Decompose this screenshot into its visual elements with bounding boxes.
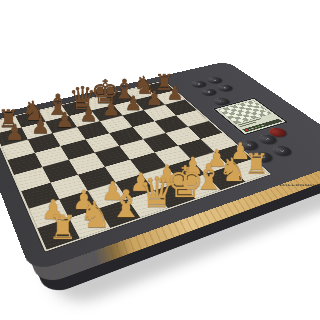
- white-knight-b1[interactable]: ♞: [78, 198, 111, 232]
- product-photo-stage: ♞ MILLENNIUM ♜♞♝♛♚♝♞♜♟♟♟♟♟♟♟♟♟♟♟♟♟♟♟♟♜♞♝…: [0, 0, 320, 320]
- brand-logo-text: MILLENNIUM: [279, 184, 320, 186]
- panel-back-button-1[interactable]: ○: [189, 80, 208, 89]
- perspective-scene: ♞ MILLENNIUM ♜♞♝♛♚♝♞♜♟♟♟♟♟♟♟♟♟♟♟♟♟♟♟♟♜♞♝…: [0, 0, 320, 320]
- button-circle-icon: ○: [269, 144, 294, 157]
- black-pawn-b7[interactable]: ♟: [27, 116, 52, 136]
- lcd-red-indicator: [245, 129, 249, 131]
- white-bishop-c1[interactable]: ♝: [109, 186, 141, 222]
- square-e4[interactable]: [119, 139, 154, 159]
- panel-back-button-2[interactable]: ○: [205, 76, 224, 85]
- black-pawn-a7[interactable]: ♟: [2, 122, 28, 143]
- black-pawn-h7[interactable]: ♟: [163, 84, 186, 102]
- panel-back-button-3[interactable]: ○: [199, 87, 219, 96]
- black-pawn-e7[interactable]: ♟: [99, 99, 123, 118]
- black-pawn-c7[interactable]: ♟: [52, 110, 77, 130]
- button-circle-icon: ○: [205, 76, 224, 85]
- button-circle-icon: ○: [215, 83, 235, 92]
- black-pawn-g7[interactable]: ♟: [143, 89, 166, 107]
- lcd-status-segment: [260, 124, 265, 126]
- lcd-status-segment: [249, 128, 254, 130]
- button-circle-icon: ○: [199, 87, 219, 96]
- black-pawn-f7[interactable]: ♟: [121, 94, 145, 113]
- back-button-cluster: ○○○○: [189, 76, 238, 98]
- panel-back-button-4[interactable]: ○: [215, 83, 235, 92]
- black-pawn-d7[interactable]: ♟: [76, 105, 101, 124]
- panel-front-button-4[interactable]: ○: [269, 144, 294, 157]
- lcd-green-segment: [255, 126, 260, 128]
- white-rook-a1[interactable]: ♜: [46, 212, 80, 243]
- chess-computer: ♞ MILLENNIUM ♜♞♝♛♚♝♞♜♟♟♟♟♟♟♟♟♟♟♟♟♟♟♟♟♜♞♝…: [0, 61, 320, 273]
- button-circle-icon: ○: [189, 80, 208, 89]
